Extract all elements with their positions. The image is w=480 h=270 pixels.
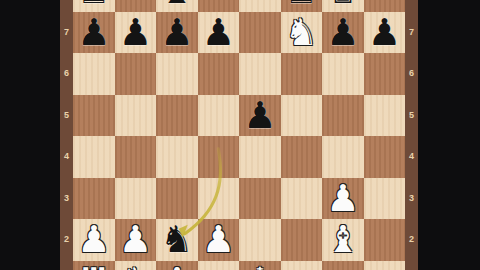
chess-piece-white-pawn-d2[interactable]: ♟ (198, 219, 240, 261)
rank-label-2: 2 (60, 235, 73, 244)
rank-label-3: 3 (60, 194, 73, 203)
board-left-border (60, 0, 73, 270)
video-frame: ♜♝♜♚♟♟♟♟♞♟♟♟♟♟♟♞♟♝♜♞♝♚ 8877665544332211 (0, 0, 480, 270)
chess-piece-black-rook-f8[interactable]: ♜ (281, 0, 323, 12)
rank-label-4: 4 (405, 152, 418, 161)
chess-piece-black-rook-a8[interactable]: ♜ (73, 0, 115, 12)
chess-piece-black-pawn-a7[interactable]: ♟ (73, 12, 115, 54)
chess-piece-black-pawn-e5[interactable]: ♟ (239, 95, 281, 137)
chess-piece-white-bishop-g2[interactable]: ♝ (322, 219, 364, 261)
chess-piece-white-knight-b1[interactable]: ♞ (115, 261, 157, 270)
rank-label-5: 5 (60, 111, 73, 120)
rank-label-7: 7 (405, 28, 418, 37)
pieces-layer: ♜♝♜♚♟♟♟♟♞♟♟♟♟♟♟♞♟♝♜♞♝♚ (73, 0, 405, 270)
rank-label-3: 3 (405, 194, 418, 203)
rank-label-2: 2 (405, 235, 418, 244)
chess-piece-white-rook-a1[interactable]: ♜ (73, 261, 115, 270)
chess-piece-white-knight-f7[interactable]: ♞ (281, 12, 323, 54)
chess-piece-black-bishop-c8[interactable]: ♝ (156, 0, 198, 12)
chess-piece-white-pawn-a2[interactable]: ♟ (73, 219, 115, 261)
chess-piece-black-pawn-d7[interactable]: ♟ (198, 12, 240, 54)
chess-piece-black-pawn-b7[interactable]: ♟ (115, 12, 157, 54)
rank-label-6: 6 (405, 69, 418, 78)
chess-piece-white-king-e1[interactable]: ♚ (239, 261, 281, 270)
board-right-border (405, 0, 418, 270)
chess-piece-black-pawn-g7[interactable]: ♟ (322, 12, 364, 54)
chess-piece-black-king-g8[interactable]: ♚ (322, 0, 364, 12)
chess-piece-white-pawn-b2[interactable]: ♟ (115, 219, 157, 261)
chess-piece-black-pawn-c7[interactable]: ♟ (156, 12, 198, 54)
rank-label-6: 6 (60, 69, 73, 78)
chess-piece-black-pawn-h7[interactable]: ♟ (364, 12, 406, 54)
rank-label-7: 7 (60, 28, 73, 37)
rank-label-5: 5 (405, 111, 418, 120)
chess-piece-white-bishop-c1[interactable]: ♝ (156, 261, 198, 270)
rank-label-4: 4 (60, 152, 73, 161)
chess-piece-black-knight-c2[interactable]: ♞ (156, 219, 198, 261)
chess-piece-white-pawn-g3[interactable]: ♟ (322, 178, 364, 220)
